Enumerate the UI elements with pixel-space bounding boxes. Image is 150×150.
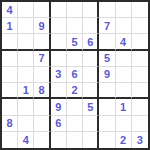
cell-r2c3: 9 xyxy=(34,18,50,34)
cell-r3c7[interactable] xyxy=(99,34,115,50)
cell-r5c7: 9 xyxy=(99,67,115,83)
cell-r7c7[interactable] xyxy=(99,99,115,115)
cell-r7c4: 9 xyxy=(51,99,67,115)
cell-r5c9[interactable] xyxy=(132,67,148,83)
cell-r2c8[interactable] xyxy=(116,18,132,34)
cell-r1c1: 4 xyxy=(2,2,18,18)
cell-r8c1: 8 xyxy=(2,116,18,132)
cell-r1c2[interactable] xyxy=(18,2,34,18)
cell-r9c6[interactable] xyxy=(83,132,99,148)
cell-r6c5: 2 xyxy=(67,83,83,99)
cell-r9c1[interactable] xyxy=(2,132,18,148)
cell-r2c5[interactable] xyxy=(67,18,83,34)
cell-r7c8: 1 xyxy=(116,99,132,115)
cell-r2c6[interactable] xyxy=(83,18,99,34)
cell-r8c9[interactable] xyxy=(132,116,148,132)
cell-r1c3[interactable] xyxy=(34,2,50,18)
cell-r4c5[interactable] xyxy=(67,51,83,67)
cell-r4c4[interactable] xyxy=(51,51,67,67)
cell-r4c2[interactable] xyxy=(18,51,34,67)
cell-r4c9[interactable] xyxy=(132,51,148,67)
cell-r3c6: 6 xyxy=(83,34,99,50)
cell-r3c1[interactable] xyxy=(2,34,18,50)
cell-r2c9[interactable] xyxy=(132,18,148,34)
cell-r2c1: 1 xyxy=(2,18,18,34)
cell-r4c3: 7 xyxy=(34,51,50,67)
cell-r8c7[interactable] xyxy=(99,116,115,132)
cell-r5c1[interactable] xyxy=(2,67,18,83)
cell-r4c7: 5 xyxy=(99,51,115,67)
cell-r6c8[interactable] xyxy=(116,83,132,99)
cell-r8c4: 6 xyxy=(51,116,67,132)
cell-r4c1[interactable] xyxy=(2,51,18,67)
cell-r9c8: 2 xyxy=(116,132,132,148)
cell-r7c6: 5 xyxy=(83,99,99,115)
cell-r9c3[interactable] xyxy=(34,132,50,148)
cell-r9c7[interactable] xyxy=(99,132,115,148)
cell-r6c7[interactable] xyxy=(99,83,115,99)
cell-r5c4: 3 xyxy=(51,67,67,83)
cell-r7c5[interactable] xyxy=(67,99,83,115)
cell-r5c3[interactable] xyxy=(34,67,50,83)
cell-r9c9: 3 xyxy=(132,132,148,148)
cell-r5c6[interactable] xyxy=(83,67,99,83)
cell-r6c2: 1 xyxy=(18,83,34,99)
cell-r8c3[interactable] xyxy=(34,116,50,132)
cell-r3c2[interactable] xyxy=(18,34,34,50)
cell-r8c5[interactable] xyxy=(67,116,83,132)
cell-r3c3[interactable] xyxy=(34,34,50,50)
cell-r3c8: 4 xyxy=(116,34,132,50)
cell-r7c1[interactable] xyxy=(2,99,18,115)
cell-r6c9[interactable] xyxy=(132,83,148,99)
cell-r6c3: 8 xyxy=(34,83,50,99)
cell-r7c9[interactable] xyxy=(132,99,148,115)
cell-r9c5[interactable] xyxy=(67,132,83,148)
cell-r1c7[interactable] xyxy=(99,2,115,18)
cell-r9c4[interactable] xyxy=(51,132,67,148)
cell-r6c6[interactable] xyxy=(83,83,99,99)
cell-r5c2[interactable] xyxy=(18,67,34,83)
cell-r8c6[interactable] xyxy=(83,116,99,132)
cell-r3c9[interactable] xyxy=(132,34,148,50)
cell-r8c8[interactable] xyxy=(116,116,132,132)
cell-r6c4[interactable] xyxy=(51,83,67,99)
cell-r3c4[interactable] xyxy=(51,34,67,50)
cell-r9c2: 4 xyxy=(18,132,34,148)
cell-r1c4[interactable] xyxy=(51,2,67,18)
cell-r8c2[interactable] xyxy=(18,116,34,132)
sudoku-board: 41975647536918295186423 xyxy=(0,0,150,150)
cell-r1c5[interactable] xyxy=(67,2,83,18)
cell-r6c1[interactable] xyxy=(2,83,18,99)
cell-r1c9[interactable] xyxy=(132,2,148,18)
cell-r7c3[interactable] xyxy=(34,99,50,115)
cell-r1c8[interactable] xyxy=(116,2,132,18)
cell-r2c2[interactable] xyxy=(18,18,34,34)
cell-r5c5: 6 xyxy=(67,67,83,83)
cell-r4c6[interactable] xyxy=(83,51,99,67)
cell-r5c8[interactable] xyxy=(116,67,132,83)
cell-r2c4[interactable] xyxy=(51,18,67,34)
cell-r3c5: 5 xyxy=(67,34,83,50)
cell-r7c2[interactable] xyxy=(18,99,34,115)
cell-r2c7: 7 xyxy=(99,18,115,34)
cell-r4c8[interactable] xyxy=(116,51,132,67)
cell-r1c6[interactable] xyxy=(83,2,99,18)
